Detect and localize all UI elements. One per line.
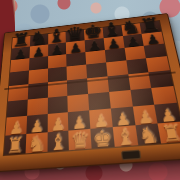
square-h2: ♟ — [154, 103, 180, 124]
square-b3 — [27, 98, 48, 116]
square-e2: ♟ — [89, 109, 112, 129]
white-knight: ♞ — [136, 123, 160, 147]
square-e1: ♚ — [90, 127, 114, 148]
square-a1: ♜ — [4, 134, 26, 155]
square-f2: ♟ — [111, 107, 135, 127]
white-bishop: ♝ — [49, 131, 68, 154]
chess-board: ♜♞♝♛♚♝♞♜♟♟♟♟♟♟♟♟♟♟♟♟♟♟♟♟♜♞♝♛♚♝♞♜ — [0, 13, 180, 173]
board-clasp — [121, 150, 142, 161]
square-d2: ♟ — [68, 111, 90, 131]
white-rook: ♜ — [159, 122, 180, 146]
white-bishop: ♝ — [114, 125, 136, 149]
square-g2: ♟ — [132, 105, 157, 125]
square-d1: ♛ — [69, 129, 92, 150]
white-knight: ♞ — [27, 132, 46, 155]
square-d3 — [68, 94, 90, 113]
square-b2: ♟ — [26, 114, 47, 134]
square-h3 — [151, 86, 177, 105]
square-c2: ♟ — [47, 112, 68, 132]
square-b1: ♞ — [25, 132, 47, 153]
square-c1: ♝ — [47, 131, 69, 152]
board-squares: ♜♞♝♛♚♝♞♜♟♟♟♟♟♟♟♟♟♟♟♟♟♟♟♟♜♞♝♛♚♝♞♜ — [3, 20, 180, 156]
white-rook: ♜ — [5, 134, 24, 157]
square-a3 — [7, 99, 28, 117]
square-g3 — [130, 88, 154, 107]
white-queen: ♛ — [70, 129, 90, 152]
white-king: ♚ — [92, 127, 113, 150]
square-f1: ♝ — [112, 125, 137, 147]
square-f3 — [109, 90, 132, 109]
square-e3 — [88, 92, 111, 111]
scene: ♜♞♝♛♚♝♞♜♟♟♟♟♟♟♟♟♟♟♟♟♟♟♟♟♜♞♝♛♚♝♞♜ — [0, 0, 180, 180]
square-h1: ♜ — [158, 122, 180, 144]
square-c3 — [47, 96, 68, 115]
square-a2: ♟ — [5, 116, 26, 136]
